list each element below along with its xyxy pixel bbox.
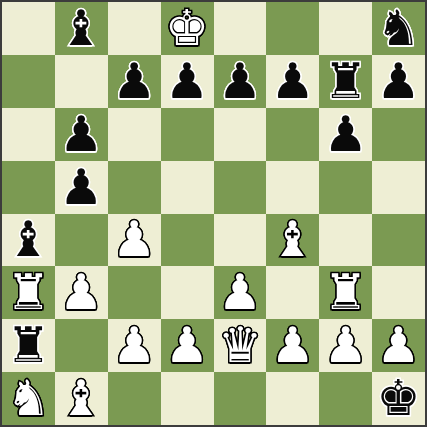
white-bishop-icon: ♝ <box>55 372 108 425</box>
square-a5[interactable] <box>2 161 55 214</box>
black-rook-outline: ♜ <box>319 55 372 108</box>
piece-black-rook: ♜♜ <box>2 319 55 372</box>
white-bishop-icon: ♝ <box>266 214 319 267</box>
piece-black-rook: ♜♜ <box>319 55 372 108</box>
square-d7[interactable]: ♟♟ <box>161 55 214 108</box>
piece-white-pawn: ♟♟ <box>214 266 267 319</box>
square-a1[interactable]: ♞♞ <box>2 372 55 425</box>
square-g4[interactable] <box>319 214 372 267</box>
black-bishop-icon: ♝ <box>2 214 55 267</box>
square-f2[interactable]: ♟♟ <box>266 319 319 372</box>
square-f6[interactable] <box>266 108 319 161</box>
white-knight-icon: ♞ <box>2 372 55 425</box>
black-bishop-icon: ♝ <box>55 2 108 55</box>
piece-black-pawn: ♟♟ <box>55 108 108 161</box>
black-pawn-icon: ♟ <box>214 55 267 108</box>
square-b5[interactable]: ♟♟ <box>55 161 108 214</box>
black-bishop-outline: ♝ <box>2 214 55 267</box>
white-pawn-icon: ♟ <box>161 319 214 372</box>
square-b3[interactable]: ♟♟ <box>55 266 108 319</box>
piece-black-bishop: ♝♝ <box>55 2 108 55</box>
white-pawn-icon: ♟ <box>214 266 267 319</box>
square-d5[interactable] <box>161 161 214 214</box>
piece-black-pawn: ♟♟ <box>214 55 267 108</box>
piece-white-pawn: ♟♟ <box>108 319 161 372</box>
square-g1[interactable] <box>319 372 372 425</box>
black-pawn-icon: ♟ <box>55 161 108 214</box>
square-c5[interactable] <box>108 161 161 214</box>
square-f4[interactable]: ♝♝ <box>266 214 319 267</box>
square-c3[interactable] <box>108 266 161 319</box>
square-a6[interactable] <box>2 108 55 161</box>
white-pawn-icon: ♟ <box>266 319 319 372</box>
square-a8[interactable] <box>2 2 55 55</box>
piece-white-queen: ♛♛ <box>214 319 267 372</box>
black-bishop-outline: ♝ <box>55 2 108 55</box>
square-g6[interactable]: ♟♟ <box>319 108 372 161</box>
black-pawn-icon: ♟ <box>55 108 108 161</box>
piece-black-pawn: ♟♟ <box>319 108 372 161</box>
piece-white-king: ♚♚ <box>161 2 214 55</box>
piece-white-pawn: ♟♟ <box>55 266 108 319</box>
piece-white-rook: ♜♜ <box>319 266 372 319</box>
black-king-outline: ♚ <box>372 372 425 425</box>
chess-board: ♝♝♚♚♞♞♟♟♟♟♟♟♟♟♜♜♟♟♟♟♟♟♟♟♝♝♟♟♝♝♜♜♟♟♟♟♜♜♜♜… <box>0 0 427 427</box>
square-h3[interactable] <box>372 266 425 319</box>
square-a4[interactable]: ♝♝ <box>2 214 55 267</box>
square-a7[interactable] <box>2 55 55 108</box>
white-pawn-icon: ♟ <box>372 319 425 372</box>
white-rook-icon: ♜ <box>319 266 372 319</box>
black-rook-outline: ♜ <box>2 319 55 372</box>
piece-black-pawn: ♟♟ <box>266 55 319 108</box>
white-rook-icon: ♜ <box>2 266 55 319</box>
piece-white-pawn: ♟♟ <box>266 319 319 372</box>
black-pawn-outline: ♟ <box>319 108 372 161</box>
white-pawn-outline: ♟ <box>214 266 267 319</box>
square-c2[interactable]: ♟♟ <box>108 319 161 372</box>
white-queen-icon: ♛ <box>214 319 267 372</box>
square-c6[interactable] <box>108 108 161 161</box>
square-e3[interactable]: ♟♟ <box>214 266 267 319</box>
piece-white-pawn: ♟♟ <box>372 319 425 372</box>
square-d4[interactable] <box>161 214 214 267</box>
black-pawn-outline: ♟ <box>266 55 319 108</box>
square-e7[interactable]: ♟♟ <box>214 55 267 108</box>
white-pawn-icon: ♟ <box>55 266 108 319</box>
square-d8[interactable]: ♚♚ <box>161 2 214 55</box>
square-h8[interactable]: ♞♞ <box>372 2 425 55</box>
square-e6[interactable] <box>214 108 267 161</box>
piece-black-pawn: ♟♟ <box>161 55 214 108</box>
white-pawn-icon: ♟ <box>108 319 161 372</box>
square-h5[interactable] <box>372 161 425 214</box>
black-pawn-outline: ♟ <box>55 161 108 214</box>
white-pawn-outline: ♟ <box>108 319 161 372</box>
black-knight-icon: ♞ <box>372 2 425 55</box>
black-pawn-outline: ♟ <box>372 55 425 108</box>
square-b4[interactable] <box>55 214 108 267</box>
black-pawn-icon: ♟ <box>319 108 372 161</box>
piece-black-pawn: ♟♟ <box>372 55 425 108</box>
black-pawn-outline: ♟ <box>214 55 267 108</box>
square-h4[interactable] <box>372 214 425 267</box>
white-pawn-icon: ♟ <box>319 319 372 372</box>
piece-black-knight: ♞♞ <box>372 2 425 55</box>
square-e5[interactable] <box>214 161 267 214</box>
square-e4[interactable] <box>214 214 267 267</box>
black-pawn-icon: ♟ <box>266 55 319 108</box>
white-pawn-outline: ♟ <box>55 266 108 319</box>
piece-white-rook: ♜♜ <box>2 266 55 319</box>
white-king-outline: ♚ <box>161 2 214 55</box>
square-f3[interactable] <box>266 266 319 319</box>
square-c4[interactable]: ♟♟ <box>108 214 161 267</box>
square-h6[interactable] <box>372 108 425 161</box>
square-b8[interactable]: ♝♝ <box>55 2 108 55</box>
square-f7[interactable]: ♟♟ <box>266 55 319 108</box>
black-pawn-icon: ♟ <box>161 55 214 108</box>
black-pawn-outline: ♟ <box>108 55 161 108</box>
square-e1[interactable] <box>214 372 267 425</box>
white-rook-outline: ♜ <box>319 266 372 319</box>
square-h7[interactable]: ♟♟ <box>372 55 425 108</box>
piece-white-knight: ♞♞ <box>2 372 55 425</box>
piece-black-bishop: ♝♝ <box>2 214 55 267</box>
black-rook-icon: ♜ <box>2 319 55 372</box>
square-g3[interactable]: ♜♜ <box>319 266 372 319</box>
square-a2[interactable]: ♜♜ <box>2 319 55 372</box>
square-e8[interactable] <box>214 2 267 55</box>
white-king-icon: ♚ <box>161 2 214 55</box>
white-knight-outline: ♞ <box>2 372 55 425</box>
square-a3[interactable]: ♜♜ <box>2 266 55 319</box>
white-pawn-outline: ♟ <box>372 319 425 372</box>
square-e2[interactable]: ♛♛ <box>214 319 267 372</box>
piece-black-pawn: ♟♟ <box>55 161 108 214</box>
square-g8[interactable] <box>319 2 372 55</box>
square-g2[interactable]: ♟♟ <box>319 319 372 372</box>
square-f8[interactable] <box>266 2 319 55</box>
square-b1[interactable]: ♝♝ <box>55 372 108 425</box>
square-c7[interactable]: ♟♟ <box>108 55 161 108</box>
black-pawn-outline: ♟ <box>161 55 214 108</box>
black-rook-icon: ♜ <box>319 55 372 108</box>
square-d3[interactable] <box>161 266 214 319</box>
piece-white-bishop: ♝♝ <box>266 214 319 267</box>
square-d6[interactable] <box>161 108 214 161</box>
square-g7[interactable]: ♜♜ <box>319 55 372 108</box>
square-d1[interactable] <box>161 372 214 425</box>
square-b7[interactable] <box>55 55 108 108</box>
white-pawn-outline: ♟ <box>161 319 214 372</box>
square-f1[interactable] <box>266 372 319 425</box>
piece-white-pawn: ♟♟ <box>108 214 161 267</box>
white-bishop-outline: ♝ <box>266 214 319 267</box>
square-h1[interactable]: ♚♚ <box>372 372 425 425</box>
black-king-icon: ♚ <box>372 372 425 425</box>
square-b6[interactable]: ♟♟ <box>55 108 108 161</box>
piece-black-king: ♚♚ <box>372 372 425 425</box>
square-h2[interactable]: ♟♟ <box>372 319 425 372</box>
chess-board-wrapper: ♝♝♚♚♞♞♟♟♟♟♟♟♟♟♜♜♟♟♟♟♟♟♟♟♝♝♟♟♝♝♜♜♟♟♟♟♜♜♜♜… <box>0 0 427 427</box>
piece-white-pawn: ♟♟ <box>161 319 214 372</box>
piece-black-pawn: ♟♟ <box>108 55 161 108</box>
square-g5[interactable] <box>319 161 372 214</box>
square-d2[interactable]: ♟♟ <box>161 319 214 372</box>
black-pawn-outline: ♟ <box>55 108 108 161</box>
black-pawn-icon: ♟ <box>108 55 161 108</box>
black-pawn-icon: ♟ <box>372 55 425 108</box>
square-c1[interactable] <box>108 372 161 425</box>
white-rook-outline: ♜ <box>2 266 55 319</box>
piece-white-pawn: ♟♟ <box>319 319 372 372</box>
white-queen-outline: ♛ <box>214 319 267 372</box>
piece-white-bishop: ♝♝ <box>55 372 108 425</box>
square-c8[interactable] <box>108 2 161 55</box>
white-pawn-outline: ♟ <box>266 319 319 372</box>
square-f5[interactable] <box>266 161 319 214</box>
white-pawn-outline: ♟ <box>108 214 161 267</box>
white-pawn-outline: ♟ <box>319 319 372 372</box>
square-b2[interactable] <box>55 319 108 372</box>
white-bishop-outline: ♝ <box>55 372 108 425</box>
white-pawn-icon: ♟ <box>108 214 161 267</box>
black-knight-outline: ♞ <box>372 2 425 55</box>
